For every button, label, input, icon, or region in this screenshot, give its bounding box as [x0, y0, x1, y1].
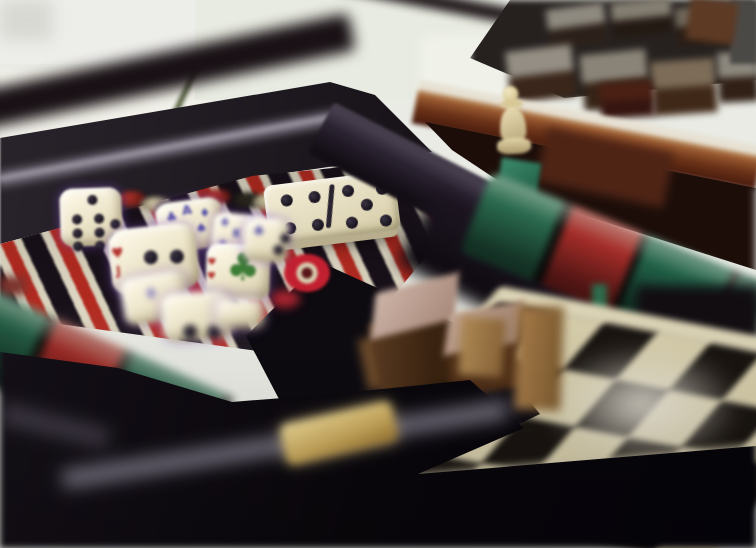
die-pip: [94, 214, 104, 224]
red-poker-chip: [284, 254, 330, 292]
die-pip: [143, 250, 158, 265]
die-suit-glyph: ♦: [219, 216, 231, 229]
die-pip: [183, 324, 198, 339]
wood-plank: [458, 317, 506, 378]
die-suit-glyph: ♠: [252, 223, 266, 238]
white-blob-die: [216, 298, 264, 328]
die-suit-glyph: ♣: [165, 210, 178, 224]
die-pip: [169, 249, 184, 264]
red-chip-blur: [270, 290, 300, 308]
wooden-cube: [650, 58, 718, 116]
die-suit-glyph: J: [115, 264, 121, 277]
die-suit-glyph: ♦: [142, 283, 161, 304]
small-die-right: ♠: [243, 217, 290, 264]
wood-strip-corner: [685, 0, 738, 45]
board-blur-highlight: [545, 345, 740, 465]
wooden-cube: [545, 2, 608, 50]
die-suit-glyph: ♥: [110, 245, 124, 260]
die-suit-glyph: K: [232, 227, 243, 240]
die-suit-glyph: ♥: [207, 257, 216, 267]
die-suit-glyph: ♦: [199, 206, 211, 219]
chess-pawn: [492, 85, 534, 165]
die-suit-glyph: A: [181, 203, 193, 217]
die-pip: [87, 195, 97, 205]
cube-front: [718, 76, 756, 103]
pawn-body: [499, 106, 527, 141]
wooden-cube: [610, 0, 673, 39]
die-pip: [72, 214, 82, 224]
die-pip: [72, 228, 82, 238]
wooden-cube: [599, 80, 655, 120]
photo-games-compendium: ♣A♦♣♠♦♦K♦♦♥J♣♥♥♦♠ Close-up photograph of…: [0, 0, 756, 548]
die-suit-glyph: ♠: [195, 221, 208, 235]
wood-block-on-board: [514, 305, 564, 411]
pawn-base: [497, 137, 532, 155]
leather-patch-far-left: [0, 276, 26, 296]
die-suit-glyph: ♥: [207, 271, 216, 281]
cube-front: [652, 85, 718, 116]
die-pip: [273, 245, 284, 256]
die-pip: [94, 228, 104, 238]
window-corner-shade: [0, 0, 52, 40]
die-pip: [110, 219, 120, 229]
